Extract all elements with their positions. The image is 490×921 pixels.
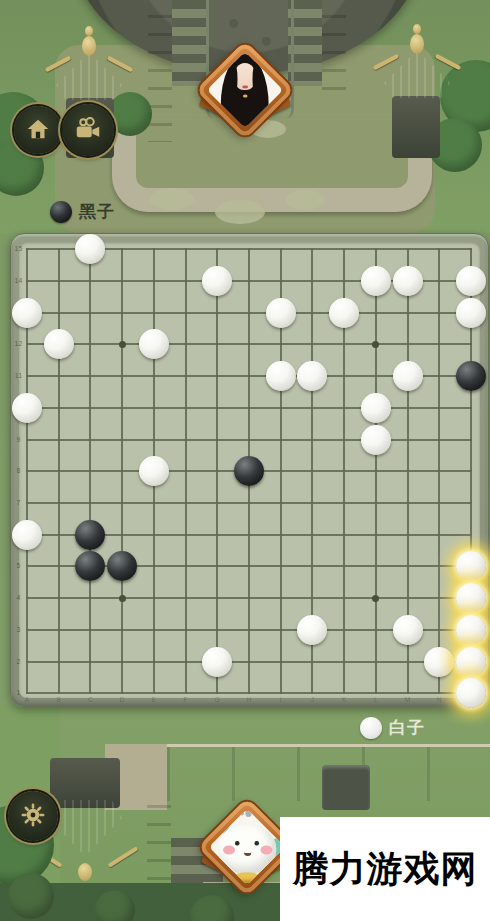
white-stone-icon: [360, 717, 382, 739]
row-label: 12: [12, 340, 25, 347]
stone-white-highlighted-O2: [456, 647, 486, 677]
row-label: 2: [12, 658, 25, 665]
stone-white-A13: [12, 298, 42, 328]
col-label: I: [275, 696, 287, 703]
stone-white-I11: [266, 361, 296, 391]
col-label: B: [53, 696, 65, 703]
star-point: [119, 595, 126, 602]
stone-white-I13: [266, 298, 296, 328]
lady-lips: [242, 86, 248, 89]
row-label: 5: [12, 562, 25, 569]
home-icon: [25, 116, 51, 145]
stone-block: [322, 765, 370, 810]
row-label: 14: [12, 277, 25, 284]
col-label: E: [148, 696, 160, 703]
white-label-text: 白子: [389, 716, 425, 739]
shrine-arm: [435, 54, 462, 71]
bush: [108, 92, 152, 136]
col-label: D: [116, 696, 128, 703]
stone-white-O13: [456, 298, 486, 328]
stone-patch: [285, 190, 325, 210]
grid-line-horizontal: [26, 692, 472, 694]
row-label: 15: [12, 245, 25, 252]
cat-bow: [235, 873, 259, 884]
row-label: 8: [12, 467, 25, 474]
row-label: 7: [12, 499, 25, 506]
watermark-text: 腾力游戏网: [293, 845, 478, 894]
grid-line-horizontal: [26, 597, 472, 599]
col-label: M: [402, 696, 414, 703]
col-label: H: [243, 696, 255, 703]
stairs-left: [172, 0, 206, 86]
watermark: 腾力游戏网: [280, 817, 490, 921]
white-player-label: 白子: [360, 716, 425, 739]
grid-line-vertical: [438, 248, 440, 694]
shrine-finial: [78, 863, 92, 881]
grid-line-vertical: [375, 248, 377, 694]
game-screen: 黑子 151413121110987654321ABCDEFGHIJKLMNO …: [0, 0, 490, 921]
cat-blush: [260, 845, 272, 854]
gomoku-board[interactable]: 151413121110987654321ABCDEFGHIJKLMNO: [10, 233, 489, 707]
cat-stripe: [239, 809, 244, 816]
cat-blush: [223, 845, 235, 854]
col-label: J: [306, 696, 318, 703]
row-label: 4: [12, 594, 25, 601]
cat-stripe: [246, 809, 251, 817]
grid-line-horizontal: [26, 502, 472, 504]
black-player-label: 黑子: [50, 200, 115, 223]
col-label: L: [370, 696, 382, 703]
stone-white-M11: [393, 361, 423, 391]
shrine-arm: [108, 846, 139, 867]
cat-eye: [236, 841, 240, 846]
record-button[interactable]: [62, 104, 114, 156]
col-label: C: [84, 696, 96, 703]
stone-white-O14: [456, 266, 486, 296]
cat-eye: [254, 841, 258, 846]
stone-white-L9: [361, 425, 391, 455]
video-camera-icon: [73, 114, 103, 147]
shrine-finial: [82, 36, 96, 56]
shrine-finial: [413, 24, 421, 34]
cat-portrait: [209, 809, 285, 885]
stone-white-B12: [44, 329, 74, 359]
shrine-pedestal-right: [392, 96, 440, 158]
home-button[interactable]: [14, 106, 62, 154]
row-label: 11: [12, 372, 25, 379]
stone-white-M3: [393, 615, 423, 645]
stone-white-highlighted-O5: [456, 551, 486, 581]
stone-white-J3: [297, 615, 327, 645]
shrine-finial: [410, 34, 424, 54]
col-label: F: [180, 696, 192, 703]
lady-portrait: [207, 52, 283, 128]
col-label: A: [21, 696, 33, 703]
stone-white-A6: [12, 520, 42, 550]
cat-mouth: [244, 849, 251, 857]
stone-white-G2: [202, 647, 232, 677]
stone-patch: [215, 200, 265, 224]
stone-black-O11: [456, 361, 486, 391]
col-label: N: [433, 696, 445, 703]
grid-line-horizontal: [26, 661, 472, 663]
lady-necklace: [243, 95, 247, 98]
bush: [8, 873, 54, 919]
cat-stripe: [253, 809, 258, 816]
star-point: [119, 341, 126, 348]
bronze-diamond-frame: [196, 41, 295, 140]
pillar-right: [322, 0, 346, 96]
row-label: 9: [12, 436, 25, 443]
stone-white-L14: [361, 266, 391, 296]
player-avatar[interactable]: [212, 812, 282, 882]
stone-black-C6: [75, 520, 105, 550]
col-label: K: [338, 696, 350, 703]
settings-button[interactable]: [8, 791, 58, 841]
row-label: 3: [12, 626, 25, 633]
opponent-avatar[interactable]: [210, 55, 280, 125]
star-point: [372, 595, 379, 602]
gear-icon: [19, 801, 47, 832]
stone-white-N2: [424, 647, 454, 677]
black-stone-icon: [50, 201, 72, 223]
stone-white-highlighted-O3: [456, 615, 486, 645]
stone-white-highlighted-O4: [456, 583, 486, 613]
stone-white-L10: [361, 393, 391, 423]
stone-white-highlighted-O1: [456, 678, 486, 708]
stone-white-M14: [393, 266, 423, 296]
lady-hair-strand: [230, 61, 237, 98]
stone-white-E8: [139, 456, 169, 486]
black-label-text: 黑子: [79, 200, 115, 223]
shrine-finial: [85, 26, 93, 36]
col-label: G: [211, 696, 223, 703]
stone-white-K13: [329, 298, 359, 328]
stone-patch: [150, 188, 194, 210]
stone-white-A10: [12, 393, 42, 423]
